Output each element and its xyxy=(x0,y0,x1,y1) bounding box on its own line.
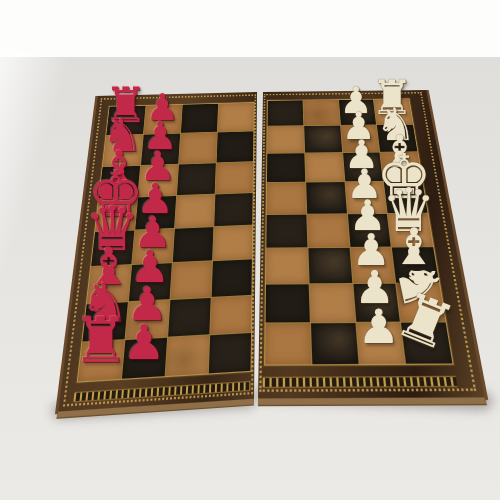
square-e5[interactable] xyxy=(214,193,252,226)
square-h6[interactable] xyxy=(181,104,218,133)
square-b4[interactable] xyxy=(266,284,310,322)
photo-stage: ♜♞♝♚♛♝♞♜♟♟♟♟♟♟♟♟♟♟♟♟♟♟♟♟♜♞♝♚♛♝♞♜ xyxy=(0,0,500,500)
square-g4[interactable] xyxy=(267,126,304,153)
square-c6[interactable] xyxy=(171,261,213,298)
square-f4[interactable] xyxy=(267,154,305,183)
square-d5[interactable] xyxy=(213,225,252,260)
square-d4[interactable] xyxy=(266,214,307,247)
square-e3[interactable] xyxy=(306,182,346,213)
backdrop-top-strip xyxy=(0,0,500,57)
square-g5[interactable] xyxy=(217,132,254,162)
square-a5[interactable] xyxy=(209,333,251,374)
square-f5[interactable] xyxy=(215,162,253,194)
square-c4[interactable] xyxy=(266,248,308,283)
square-h5[interactable] xyxy=(218,103,254,132)
piece-red-rook-a8[interactable]: ♜ xyxy=(73,308,129,371)
square-d6[interactable] xyxy=(173,227,214,262)
square-d3[interactable] xyxy=(307,214,349,247)
gilt-greek-key-band-left xyxy=(73,381,250,403)
square-g6[interactable] xyxy=(179,133,217,164)
square-b6[interactable] xyxy=(168,297,211,336)
square-e4[interactable] xyxy=(267,183,306,214)
square-a3[interactable] xyxy=(311,323,358,364)
square-f6[interactable] xyxy=(177,163,216,195)
square-c5[interactable] xyxy=(212,260,252,297)
square-b5[interactable] xyxy=(210,295,251,334)
square-h3[interactable] xyxy=(303,100,339,125)
board-edge-right-half xyxy=(258,397,487,406)
square-g3[interactable] xyxy=(304,126,342,153)
backdrop-crease xyxy=(0,48,69,325)
gilt-greek-key-band-right xyxy=(263,376,458,388)
square-a6[interactable] xyxy=(166,335,210,376)
board-edge-left-half xyxy=(56,399,254,419)
square-a4[interactable] xyxy=(265,323,311,364)
square-h4[interactable] xyxy=(268,100,304,125)
square-e6[interactable] xyxy=(175,194,215,228)
square-f3[interactable] xyxy=(305,153,344,182)
square-b3[interactable] xyxy=(309,284,354,322)
square-c3[interactable] xyxy=(308,248,352,284)
